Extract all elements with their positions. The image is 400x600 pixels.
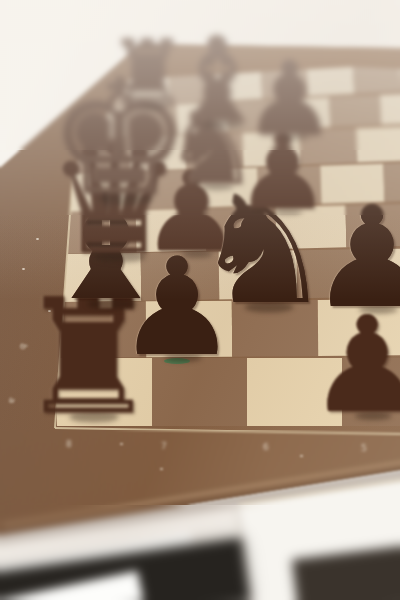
dust-speck <box>160 468 163 470</box>
square-g2 <box>380 92 400 124</box>
coordinate-label-5: 5 <box>361 444 367 453</box>
dust-speck <box>300 455 303 457</box>
coordinate-label-6: 6 <box>263 443 269 452</box>
black-pawn-b5[interactable]: ♟ <box>309 203 400 312</box>
black-pawn-f5[interactable]: ♟ <box>243 59 334 139</box>
square-h2 <box>353 64 400 93</box>
square-g3 <box>329 95 381 127</box>
dust-speck <box>36 238 39 240</box>
coordinate-label-7: 7 <box>161 442 167 451</box>
chess-photo: ab8765 ♜♝♛♚♜♟♟♞♟♞♝♟♟♟ <box>0 0 400 600</box>
square-f3 <box>356 126 400 162</box>
